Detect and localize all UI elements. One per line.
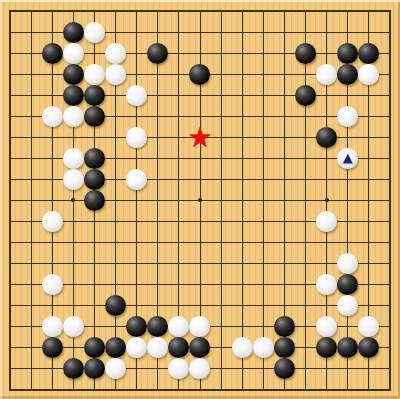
black-stone (84, 337, 105, 358)
black-stone (337, 43, 358, 64)
black-stone (42, 337, 63, 358)
board-cells: ★▲ (0, 0, 400, 399)
star-point (71, 198, 75, 202)
white-stone (358, 316, 379, 337)
black-stone (63, 64, 84, 85)
black-stone (189, 64, 210, 85)
black-stone (84, 148, 105, 169)
black-stone (316, 337, 337, 358)
black-stone (42, 43, 63, 64)
star-point (198, 198, 202, 202)
white-stone (253, 337, 274, 358)
white-stone (63, 316, 84, 337)
white-stone (126, 169, 147, 190)
black-stone (274, 316, 295, 337)
white-stone (63, 169, 84, 190)
star-point (325, 198, 329, 202)
black-stone (147, 316, 168, 337)
white-stone (337, 148, 358, 169)
black-stone (274, 358, 295, 379)
black-stone (147, 43, 168, 64)
white-stone (316, 274, 337, 295)
white-stone (358, 64, 379, 85)
white-stone (63, 106, 84, 127)
white-stone (337, 295, 358, 316)
white-stone (63, 43, 84, 64)
black-stone (105, 337, 126, 358)
white-stone (105, 64, 126, 85)
white-stone (168, 316, 189, 337)
black-stone (63, 85, 84, 106)
white-stone (42, 274, 63, 295)
black-stone (84, 106, 105, 127)
black-stone (337, 274, 358, 295)
black-stone (295, 43, 316, 64)
go-board[interactable]: ★▲ (0, 0, 400, 399)
black-stone (295, 85, 316, 106)
black-stone (358, 337, 379, 358)
white-stone (42, 316, 63, 337)
white-stone (105, 358, 126, 379)
white-stone (105, 43, 126, 64)
black-stone (189, 337, 210, 358)
black-stone (337, 337, 358, 358)
white-stone (337, 253, 358, 274)
black-stone (126, 316, 147, 337)
white-stone (63, 148, 84, 169)
white-stone (42, 106, 63, 127)
black-stone (105, 295, 126, 316)
white-stone (232, 337, 253, 358)
black-stone (63, 22, 84, 43)
black-stone (84, 85, 105, 106)
black-stone (168, 337, 189, 358)
white-stone (126, 85, 147, 106)
white-stone (316, 211, 337, 232)
black-stone (84, 358, 105, 379)
white-stone (126, 337, 147, 358)
white-stone (42, 211, 63, 232)
white-stone (168, 358, 189, 379)
black-stone (84, 169, 105, 190)
white-stone (84, 22, 105, 43)
white-stone (316, 64, 337, 85)
black-stone (63, 358, 84, 379)
white-stone (84, 64, 105, 85)
white-stone (337, 106, 358, 127)
red-star-marker: ★ (189, 127, 210, 148)
white-stone (189, 358, 210, 379)
black-stone (337, 64, 358, 85)
black-stone (274, 337, 295, 358)
black-stone (316, 127, 337, 148)
white-stone (126, 127, 147, 148)
black-stone (358, 43, 379, 64)
black-stone (84, 190, 105, 211)
white-stone (316, 316, 337, 337)
white-stone (189, 316, 210, 337)
white-stone (147, 337, 168, 358)
